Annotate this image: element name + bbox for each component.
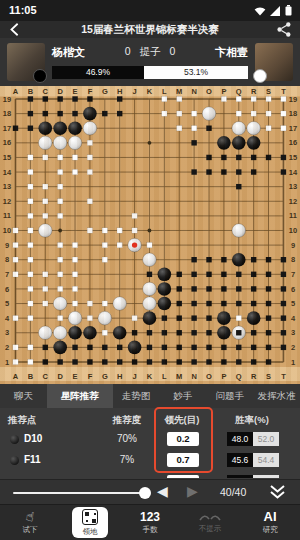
black-territory-marker: [281, 169, 286, 174]
svg-text:15: 15: [289, 153, 297, 162]
page-title: 15届春兰杯世界锦标赛半决赛: [30, 23, 270, 37]
svg-text:C: C: [43, 87, 49, 96]
black-territory-marker: [236, 301, 241, 306]
captures-info: 0 提子 0: [100, 45, 200, 59]
black-territory-marker: [28, 111, 33, 116]
winrate-black: 46.9%: [52, 66, 144, 79]
white-territory-marker: [43, 301, 48, 306]
col-header-degree: 推荐度: [105, 414, 149, 427]
svg-text:6: 6: [5, 285, 9, 294]
player-bar: 杨楷文 卞相壹 0 提子 0 46.9% 53.1%: [0, 38, 300, 86]
black-stone: [232, 136, 246, 150]
black-territory-marker: [191, 286, 196, 291]
black-stone: [158, 297, 172, 311]
white-territory-marker: [28, 272, 33, 277]
svg-text:E: E: [73, 372, 78, 381]
white-territory-marker: [13, 228, 18, 233]
white-territory-marker: [57, 184, 62, 189]
white-territory-marker: [72, 301, 77, 306]
black-stone: [158, 268, 172, 282]
white-territory-marker: [43, 155, 48, 160]
black-territory-marker: [236, 330, 241, 335]
winrate-white-value: [253, 475, 279, 478]
black-player-avatar: [7, 43, 45, 81]
svg-text:M: M: [176, 87, 182, 96]
black-territory-marker: [191, 301, 196, 306]
svg-text:14: 14: [289, 168, 298, 177]
black-player-name: 杨楷文: [52, 45, 85, 60]
black-territory-marker: [206, 155, 211, 160]
white-territory-marker: [43, 286, 48, 291]
next-move-button[interactable]: ▶: [187, 483, 198, 499]
white-territory-marker: [236, 315, 241, 320]
winrate-black-value: 45.6: [227, 453, 253, 467]
white-territory-marker: [102, 257, 107, 262]
white-territory-marker: [132, 228, 137, 233]
black-territory-marker: [221, 359, 226, 364]
black-territory-marker: [206, 359, 211, 364]
svg-text:15: 15: [3, 153, 11, 162]
black-territory-marker: [281, 286, 286, 291]
white-territory-marker: [102, 330, 107, 335]
captures-label: 提子: [140, 45, 161, 59]
black-territory-marker: [57, 96, 62, 101]
black-territory-marker: [191, 315, 196, 320]
svg-text:9: 9: [5, 241, 9, 250]
svg-text:5: 5: [5, 299, 9, 308]
black-stone: [53, 121, 67, 135]
move-slider-track[interactable]: [13, 492, 145, 494]
star-point: [148, 141, 152, 145]
last-move-dot: [132, 242, 137, 247]
white-territory-marker: [57, 286, 62, 291]
winrate-bar: 46.9% 53.1%: [52, 66, 248, 79]
svg-text:Q: Q: [236, 87, 242, 96]
recommend-degree: 7%: [105, 454, 149, 465]
svg-text:3: 3: [291, 328, 295, 337]
black-stone: [217, 136, 231, 150]
share-icon[interactable]: [276, 21, 292, 38]
white-territory-marker: [117, 242, 122, 247]
white-territory-marker: [28, 184, 33, 189]
black-territory-marker: [72, 111, 77, 116]
svg-text:8: 8: [291, 255, 295, 264]
black-territory-marker: [147, 272, 152, 277]
white-territory-marker: [28, 199, 33, 204]
black-territory-marker: [251, 257, 256, 262]
try-move-button[interactable]: ☝ 试下: [0, 505, 60, 540]
black-territory-marker: [281, 301, 286, 306]
black-territory-marker: [177, 345, 182, 350]
svg-text:10: 10: [289, 226, 297, 235]
white-stone-badge: [253, 69, 267, 83]
svg-text:G: G: [102, 87, 108, 96]
white-territory-marker: [266, 126, 271, 131]
svg-text:A: A: [13, 87, 19, 96]
white-territory-marker: [162, 111, 167, 116]
black-territory-marker: [266, 272, 271, 277]
no-hint-button[interactable]: 不提示: [180, 505, 240, 540]
black-territory-marker: [281, 315, 286, 320]
svg-text:17: 17: [289, 124, 297, 133]
wifi-icon: [254, 6, 266, 16]
signal-icon: [270, 6, 281, 16]
tab-performance[interactable]: 发挥水准: [253, 384, 300, 408]
black-territory-marker: [251, 301, 256, 306]
move-point: D10: [24, 433, 42, 444]
black-territory-marker: [236, 345, 241, 350]
white-territory-marker: [177, 111, 182, 116]
black-stone: [128, 341, 142, 355]
white-player-name: 卞相壹: [215, 45, 248, 60]
black-territory-marker: [191, 169, 196, 174]
black-stone: [113, 326, 127, 340]
white-player-avatar: [255, 43, 293, 81]
black-territory-marker: [13, 126, 18, 131]
lead-value: 0.2: [167, 432, 199, 446]
white-territory-marker: [147, 242, 152, 247]
svg-text:4: 4: [291, 314, 296, 323]
white-territory-marker: [281, 111, 286, 116]
black-stone: [232, 253, 246, 267]
svg-text:16: 16: [289, 138, 297, 147]
svg-text:1: 1: [5, 358, 9, 367]
svg-text:L: L: [162, 372, 167, 381]
svg-text:2: 2: [291, 343, 295, 352]
white-territory-marker: [43, 184, 48, 189]
white-territory-marker: [28, 242, 33, 247]
black-territory-marker: [28, 126, 33, 131]
white-territory-marker: [28, 315, 33, 320]
svg-text:D: D: [57, 372, 63, 381]
svg-text:K: K: [147, 87, 153, 96]
black-territory-marker: [117, 359, 122, 364]
black-territory-marker: [191, 330, 196, 335]
black-territory-marker: [162, 359, 167, 364]
black-territory-marker: [132, 330, 137, 335]
white-territory-marker: [28, 228, 33, 233]
svg-text:4: 4: [5, 314, 10, 323]
black-stone-icon: [10, 456, 19, 465]
col-header-winrate: 胜率(%): [222, 414, 282, 427]
black-territory-marker: [281, 257, 286, 262]
svg-text:A: A: [13, 372, 19, 381]
white-territory-marker: [72, 242, 77, 247]
black-territory-marker: [191, 272, 196, 277]
black-territory-marker: [162, 345, 167, 350]
table-row[interactable]: F11 7% 0.7 45.6 54.4: [0, 450, 300, 471]
black-territory-marker: [236, 169, 241, 174]
black-territory-marker: [221, 272, 226, 277]
black-territory-marker: [206, 301, 211, 306]
white-stone: [232, 224, 246, 238]
white-stone: [143, 282, 157, 296]
black-territory-marker: [102, 345, 107, 350]
svg-text:H: H: [117, 87, 122, 96]
ai-icon: AI: [264, 511, 277, 523]
white-territory-marker: [87, 228, 92, 233]
black-stone: [68, 121, 82, 135]
svg-text:R: R: [251, 87, 257, 96]
black-territory-marker: [191, 359, 196, 364]
svg-text:O: O: [206, 87, 212, 96]
svg-text:T: T: [281, 87, 286, 96]
back-icon[interactable]: [8, 22, 22, 37]
svg-text:E: E: [73, 87, 78, 96]
white-territory-marker: [87, 315, 92, 320]
go-analysis-app: 11:05 15届春兰杯世界锦标赛半决赛 杨楷文 卞相壹 0 提子 0: [0, 0, 300, 540]
white-territory-marker: [28, 301, 33, 306]
white-stone: [202, 107, 216, 121]
white-territory-marker: [57, 257, 62, 262]
black-territory-marker: [206, 286, 211, 291]
svg-text:10: 10: [3, 226, 11, 235]
tab-problem-moves[interactable]: 问题手: [206, 384, 253, 408]
white-stone: [247, 121, 261, 135]
black-territory-marker: [162, 315, 167, 320]
star-point: [58, 229, 62, 233]
winrate-black-value: 48.0: [227, 432, 253, 446]
white-territory-marker: [132, 315, 137, 320]
svg-text:11: 11: [289, 211, 297, 220]
black-territory-marker: [206, 345, 211, 350]
white-territory-marker: [43, 199, 48, 204]
white-territory-marker: [28, 257, 33, 262]
svg-text:O: O: [206, 372, 212, 381]
lead-value: 0.7: [167, 453, 199, 467]
black-territory-marker: [266, 257, 271, 262]
svg-text:1: 1: [291, 358, 295, 367]
tab-chat[interactable]: 聊天: [0, 384, 47, 408]
go-board-svg: AABBCCDDEEFFGGHHJJKKLLMMNNOOPPQQRRSSTT19…: [0, 86, 300, 384]
black-territory-marker: [117, 111, 122, 116]
black-territory-marker: [43, 359, 48, 364]
tab-golaxy-recommend[interactable]: 星阵推荐: [47, 384, 113, 408]
white-territory-marker: [57, 242, 62, 247]
black-stone: [143, 311, 157, 325]
white-territory-marker: [87, 169, 92, 174]
svg-text:H: H: [117, 372, 122, 381]
black-territory-marker: [117, 96, 122, 101]
col-header-lead: 领先(目): [156, 414, 208, 427]
svg-text:7: 7: [291, 270, 295, 279]
white-stone: [68, 311, 82, 325]
white-territory-marker: [102, 228, 107, 233]
move-numbers-button[interactable]: 123 手数: [120, 505, 180, 540]
black-territory-marker: [251, 272, 256, 277]
ai-research-button[interactable]: AI 研究: [240, 505, 300, 540]
black-stone: [83, 326, 97, 340]
white-territory-marker: [57, 315, 62, 320]
white-territory-marker: [281, 96, 286, 101]
black-territory-marker: [87, 96, 92, 101]
territory-icon: [82, 509, 98, 525]
svg-text:J: J: [132, 87, 136, 96]
hand-icon: ☝: [25, 510, 35, 523]
black-territory-marker: [177, 315, 182, 320]
123-icon: 123: [140, 511, 160, 523]
black-territory-marker: [147, 330, 152, 335]
white-stone: [38, 136, 52, 150]
col-header-point: 推荐点: [8, 414, 37, 427]
black-territory-marker: [177, 301, 182, 306]
black-territory-marker: [236, 272, 241, 277]
recommendation-table: 推荐点 推荐度 领先(目) 胜率(%) D10 70% 0.2 48.0 52.…: [0, 408, 300, 479]
svg-text:12: 12: [3, 197, 11, 206]
black-territory-marker: [147, 345, 152, 350]
white-territory-marker: [57, 169, 62, 174]
white-territory-marker: [191, 126, 196, 131]
black-territory-marker: [266, 315, 271, 320]
black-territory-marker: [177, 330, 182, 335]
svg-text:6: 6: [291, 285, 295, 294]
white-territory-marker: [72, 257, 77, 262]
svg-text:18: 18: [3, 109, 11, 118]
status-bar: 11:05: [0, 0, 300, 21]
black-stone: [68, 326, 82, 340]
white-stone: [53, 297, 67, 311]
white-stone: [68, 136, 82, 150]
winrate-white-value: 52.0: [253, 432, 279, 446]
white-territory-marker: [28, 155, 33, 160]
svg-text:9: 9: [291, 241, 295, 250]
clock: 11:05: [9, 4, 37, 16]
black-stone-badge: [33, 69, 47, 83]
black-territory-marker: [206, 257, 211, 262]
black-stone: [247, 311, 261, 325]
winrate-white: 53.1%: [144, 66, 248, 79]
black-territory-marker: [43, 345, 48, 350]
black-territory-marker: [191, 140, 196, 145]
svg-text:13: 13: [289, 182, 297, 191]
black-territory-marker: [221, 169, 226, 174]
black-territory-marker: [43, 96, 48, 101]
black-territory-marker: [132, 359, 137, 364]
svg-text:B: B: [28, 372, 34, 381]
black-territory-marker: [177, 286, 182, 291]
black-territory-marker: [251, 330, 256, 335]
table-row[interactable]: D10 70% 0.2 48.0 52.0: [0, 429, 300, 450]
prev-move-button[interactable]: ◀: [157, 483, 168, 499]
white-territory-marker: [57, 155, 62, 160]
star-point: [148, 229, 152, 233]
svg-text:J: J: [132, 372, 136, 381]
white-stone: [98, 311, 112, 325]
black-territory-marker: [147, 359, 152, 364]
svg-text:S: S: [266, 87, 271, 96]
black-territory-marker: [221, 301, 226, 306]
white-territory-marker: [72, 155, 77, 160]
svg-text:N: N: [191, 87, 196, 96]
svg-text:19: 19: [289, 95, 297, 104]
white-stone: [143, 253, 157, 267]
black-territory-marker: [236, 359, 241, 364]
black-territory-marker: [266, 330, 271, 335]
lead-value: [167, 475, 199, 478]
white-territory-marker: [13, 315, 18, 320]
white-territory-marker: [28, 213, 33, 218]
svg-text:F: F: [88, 87, 93, 96]
white-territory-marker: [13, 345, 18, 350]
white-territory-marker: [87, 155, 92, 160]
white-territory-marker: [28, 286, 33, 291]
svg-text:S: S: [266, 372, 271, 381]
svg-text:Q: Q: [236, 372, 242, 381]
black-stone: [217, 311, 231, 325]
black-territory-marker: [266, 359, 271, 364]
svg-text:D: D: [57, 87, 63, 96]
svg-text:P: P: [221, 87, 226, 96]
black-territory-marker: [251, 359, 256, 364]
black-territory-marker: [206, 315, 211, 320]
black-territory-marker: [266, 301, 271, 306]
white-stone: [113, 297, 127, 311]
winrate-white-value: 54.4: [253, 453, 279, 467]
svg-text:R: R: [251, 372, 257, 381]
svg-text:18: 18: [289, 109, 297, 118]
move-slider-knob[interactable]: [139, 487, 151, 499]
white-territory-marker: [236, 96, 241, 101]
black-territory-marker: [87, 359, 92, 364]
white-territory-marker: [236, 111, 241, 116]
black-territory-marker: [191, 345, 196, 350]
collapse-panel-icon[interactable]: [269, 484, 286, 500]
white-territory-marker: [87, 140, 92, 145]
white-territory-marker: [43, 213, 48, 218]
black-territory-marker: [236, 286, 241, 291]
svg-text:F: F: [88, 372, 93, 381]
black-stone: [158, 282, 172, 296]
black-territory-marker: [191, 257, 196, 262]
svg-text:G: G: [102, 372, 108, 381]
black-stone: [217, 326, 231, 340]
black-territory-marker: [281, 345, 286, 350]
territory-button[interactable]: 领地: [60, 505, 120, 540]
black-territory-marker: [251, 169, 256, 174]
recommend-degree: 70%: [105, 433, 149, 444]
white-territory-marker: [102, 242, 107, 247]
black-territory-marker: [281, 330, 286, 335]
svg-text:12: 12: [289, 197, 297, 206]
move-navigation: ◀ ▶ 40/40: [0, 479, 300, 505]
white-stone: [83, 121, 97, 135]
black-territory-marker: [266, 286, 271, 291]
svg-text:16: 16: [3, 138, 11, 147]
white-captures: 0: [170, 45, 176, 59]
go-board[interactable]: AABBCCDDEEFFGGHHJJKKLLMMNNOOPPQQRRSSTT19…: [0, 86, 300, 384]
black-territory-marker: [102, 359, 107, 364]
tab-trend-graph[interactable]: 走势图: [113, 384, 160, 408]
tab-brilliant-moves[interactable]: 妙手: [159, 384, 206, 408]
svg-text:B: B: [28, 87, 34, 96]
black-territory-marker: [57, 359, 62, 364]
white-territory-marker: [191, 111, 196, 116]
battery-icon: [285, 5, 292, 16]
white-territory-marker: [177, 96, 182, 101]
svg-text:L: L: [162, 87, 167, 96]
svg-text:K: K: [147, 372, 153, 381]
black-territory-marker: [206, 126, 211, 131]
black-territory-marker: [236, 155, 241, 160]
white-territory-marker: [87, 199, 92, 204]
white-stone: [143, 297, 157, 311]
black-territory-marker: [43, 111, 48, 116]
bottom-toolbar: ☝ 试下 领地 123 手数 不提示 AI 研究: [0, 504, 300, 540]
white-territory-marker: [221, 96, 226, 101]
winrate-black-value: [227, 475, 253, 478]
black-territory-marker: [251, 155, 256, 160]
move-point: F11: [24, 454, 41, 465]
